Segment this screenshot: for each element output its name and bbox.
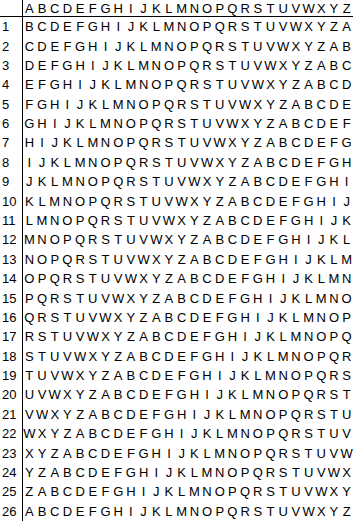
grid-cell: D — [277, 172, 290, 191]
grid-cell: I — [213, 366, 226, 385]
grid-cell: D — [340, 75, 353, 94]
grid-cell: D — [239, 230, 252, 249]
grid-cell: E — [277, 191, 290, 210]
grid-cell: V — [340, 424, 353, 443]
grid-cell: M — [239, 405, 252, 424]
grid-cell: Z — [74, 405, 87, 424]
grid-cell: O — [340, 288, 353, 307]
grid-cell: Y — [86, 366, 99, 385]
grid-cell: T — [137, 191, 150, 210]
grid-cell: Z — [163, 269, 176, 288]
grid-cell: D — [48, 17, 61, 36]
grid-cell: O — [74, 191, 87, 210]
grid-cell: K — [239, 366, 252, 385]
grid-cell: P — [99, 172, 112, 191]
grid-cell: R — [277, 443, 290, 462]
grid-cell: P — [175, 56, 188, 75]
grid-cell: T — [99, 250, 112, 269]
grid-cell: F — [86, 502, 99, 521]
grid-cell: J — [175, 443, 188, 462]
grid-cell: N — [74, 172, 87, 191]
grid-cell: H — [264, 269, 277, 288]
grid-cell: K — [125, 36, 138, 55]
grid-cell: I — [340, 172, 353, 191]
grid-cell: W — [163, 211, 176, 230]
grid-cell: B — [251, 172, 264, 191]
grid-cell: X — [188, 191, 201, 210]
grid-cell: Q — [264, 443, 277, 462]
grid-cell: L — [48, 172, 61, 191]
grid-cell: G — [328, 153, 341, 172]
grid-cell: W — [328, 463, 341, 482]
grid-cell: N — [239, 424, 252, 443]
row-label: 13 — [0, 250, 23, 269]
grid-cell: L — [86, 114, 99, 133]
grid-cell: F — [201, 327, 214, 346]
grid-cell: T — [36, 347, 49, 366]
header-cell: Y — [328, 0, 341, 17]
grid-cell: U — [239, 56, 252, 75]
grid-cell: X — [112, 308, 125, 327]
grid-cell: R — [175, 95, 188, 114]
grid-cell: O — [175, 36, 188, 55]
grid-cell: Y — [188, 211, 201, 230]
grid-cell: L — [36, 191, 49, 210]
grid-cell: T — [264, 502, 277, 521]
grid-cell: W — [251, 75, 264, 94]
grid-cell: W — [302, 502, 315, 521]
row-label: 6 — [0, 114, 23, 133]
header-cell: D — [61, 0, 74, 17]
grid-cell: V — [315, 463, 328, 482]
grid-cell: J — [137, 502, 150, 521]
grid-cell: Y — [201, 191, 214, 210]
grid-cell: R — [112, 191, 125, 210]
grid-cell: W — [188, 172, 201, 191]
grid-cell: W — [226, 114, 239, 133]
grid-cell: G — [213, 327, 226, 346]
grid-cell: A — [163, 288, 176, 307]
grid-cell: Y — [251, 114, 264, 133]
grid-cell: V — [150, 211, 163, 230]
row-label: 22 — [0, 424, 23, 443]
grid-cell: G — [315, 172, 328, 191]
grid-cell: H — [112, 502, 125, 521]
grid-cell: C — [277, 153, 290, 172]
grid-cell: T — [201, 95, 214, 114]
grid-cell: T — [213, 75, 226, 94]
grid-cell: D — [23, 56, 36, 75]
grid-cell: W — [340, 443, 353, 462]
grid-cell: L — [99, 95, 112, 114]
grid-cell: L — [112, 75, 125, 94]
grid-cell: V — [201, 133, 214, 152]
grid-cell: P — [112, 153, 125, 172]
grid-cell: Q — [340, 327, 353, 346]
grid-cell: B — [74, 443, 87, 462]
grid-cell: E — [188, 327, 201, 346]
grid-cell: P — [302, 366, 315, 385]
grid-cell: H — [239, 308, 252, 327]
grid-cell: M — [213, 443, 226, 462]
grid-cell: W — [36, 405, 49, 424]
grid-cell: B — [163, 308, 176, 327]
header-cell: M — [175, 0, 188, 17]
grid-cell: Y — [264, 95, 277, 114]
grid-cell: H — [74, 56, 87, 75]
grid-cell: N — [315, 308, 328, 327]
grid-cell: Y — [239, 133, 252, 152]
grid-cell: L — [226, 405, 239, 424]
grid-cell: K — [150, 502, 163, 521]
grid-cell: T — [48, 327, 61, 346]
grid-cell: P — [340, 308, 353, 327]
grid-cell: I — [315, 211, 328, 230]
grid-cell: X — [48, 405, 61, 424]
grid-cell: K — [201, 424, 214, 443]
grid-cell: T — [74, 288, 87, 307]
grid-cell: M — [137, 56, 150, 75]
header-cell: U — [277, 0, 290, 17]
grid-cell: I — [277, 269, 290, 288]
corner-cell — [0, 0, 23, 17]
grid-cell: G — [239, 288, 252, 307]
grid-cell: Y — [277, 75, 290, 94]
grid-cell: S — [125, 191, 138, 210]
grid-cell: Q — [328, 347, 341, 366]
grid-cell: Q — [48, 269, 61, 288]
grid-cell: E — [328, 114, 341, 133]
grid-cell: I — [112, 17, 125, 36]
row-label: 20 — [0, 385, 23, 404]
grid-cell: D — [226, 250, 239, 269]
grid-cell: R — [23, 327, 36, 346]
grid-cell: R — [251, 482, 264, 501]
grid-cell: C — [23, 36, 36, 55]
grid-cell: C — [175, 308, 188, 327]
grid-cell: D — [328, 95, 341, 114]
grid-cell: G — [175, 385, 188, 404]
grid-cell: T — [340, 385, 353, 404]
grid-cell: E — [226, 269, 239, 288]
grid-cell: C — [36, 17, 49, 36]
grid-cell: W — [86, 327, 99, 346]
grid-cell: U — [340, 405, 353, 424]
grid-cell: Z — [61, 424, 74, 443]
grid-cell: I — [86, 56, 99, 75]
header-cell: A — [23, 0, 36, 17]
grid-cell: X — [150, 250, 163, 269]
grid-cell: Z — [137, 308, 150, 327]
grid-cell: I — [99, 36, 112, 55]
row-label: 5 — [0, 95, 23, 114]
grid-cell: X — [137, 269, 150, 288]
grid-cell: M — [302, 308, 315, 327]
grid-cell: N — [201, 482, 214, 501]
grid-cell: C — [239, 211, 252, 230]
grid-cell: V — [175, 172, 188, 191]
grid-cell: A — [150, 308, 163, 327]
grid-cell: Z — [328, 17, 341, 36]
grid-cell: Q — [213, 17, 226, 36]
grid-cell: C — [48, 502, 61, 521]
grid-cell: Q — [61, 250, 74, 269]
grid-cell: X — [277, 56, 290, 75]
grid-cell: M — [315, 288, 328, 307]
grid-cell: F — [328, 133, 341, 152]
grid-cell: P — [137, 114, 150, 133]
grid-cell: P — [61, 230, 74, 249]
grid-cell: F — [213, 308, 226, 327]
grid-cell: R — [125, 172, 138, 191]
grid-cell: Z — [188, 230, 201, 249]
grid-cell: I — [328, 191, 341, 210]
grid-cell: V — [302, 482, 315, 501]
grid-cell: F — [251, 250, 264, 269]
row-label: 16 — [0, 308, 23, 327]
row-label: 17 — [0, 327, 23, 346]
grid-cell: A — [36, 482, 49, 501]
grid-cell: D — [201, 288, 214, 307]
grid-cell: B — [239, 191, 252, 210]
row-label: 3 — [0, 56, 23, 75]
row-label: 18 — [0, 347, 23, 366]
grid-cell: X — [99, 327, 112, 346]
grid-cell: O — [251, 424, 264, 443]
grid-cell: F — [175, 366, 188, 385]
grid-cell: A — [48, 463, 61, 482]
grid-cell: T — [328, 405, 341, 424]
grid-cell: H — [201, 366, 214, 385]
grid-cell: M — [163, 17, 176, 36]
row-label: 15 — [0, 288, 23, 307]
grid-cell: S — [264, 482, 277, 501]
grid-cell: Q — [239, 482, 252, 501]
row-label: 2 — [0, 36, 23, 55]
grid-cell: A — [213, 211, 226, 230]
grid-cell: W — [125, 269, 138, 288]
grid-cell: Q — [277, 424, 290, 443]
row-label: 9 — [0, 172, 23, 191]
grid-cell: I — [226, 347, 239, 366]
grid-cell: G — [150, 424, 163, 443]
grid-cell: K — [188, 443, 201, 462]
grid-cell: Y — [340, 482, 353, 501]
grid-cell: P — [74, 211, 87, 230]
grid-cell: C — [201, 269, 214, 288]
header-cell: N — [188, 0, 201, 17]
grid-cell: D — [290, 153, 303, 172]
grid-cell: M — [188, 482, 201, 501]
grid-cell: H — [213, 347, 226, 366]
grid-cell: O — [36, 250, 49, 269]
grid-cell: Q — [137, 133, 150, 152]
grid-cell: K — [315, 250, 328, 269]
grid-cell: D — [99, 443, 112, 462]
grid-cell: A — [137, 327, 150, 346]
grid-cell: V — [290, 502, 303, 521]
grid-cell: S — [163, 133, 176, 152]
grid-cell: J — [36, 153, 49, 172]
grid-cell: B — [137, 347, 150, 366]
row-label: 12 — [0, 230, 23, 249]
grid-cell: B — [201, 250, 214, 269]
grid-cell: F — [315, 153, 328, 172]
grid-cell: N — [226, 443, 239, 462]
grid-cell: N — [264, 385, 277, 404]
grid-cell: Q — [36, 288, 49, 307]
grid-cell: U — [302, 463, 315, 482]
grid-cell: A — [201, 230, 214, 249]
grid-cell: H — [125, 482, 138, 501]
grid-cell: M — [290, 327, 303, 346]
row-label: 4 — [0, 75, 23, 94]
grid-cell: C — [226, 230, 239, 249]
grid-cell: W — [277, 36, 290, 55]
grid-cell: U — [264, 17, 277, 36]
grid-cell: X — [328, 482, 341, 501]
row-label: 1 — [0, 17, 23, 36]
grid-cell: U — [201, 114, 214, 133]
grid-cell: Z — [23, 482, 36, 501]
grid-cell: P — [188, 36, 201, 55]
grid-cell: U — [175, 153, 188, 172]
row-label: 14 — [0, 269, 23, 288]
grid-cell: G — [251, 269, 264, 288]
grid-cell: J — [188, 424, 201, 443]
header-cell: O — [201, 0, 214, 17]
grid-cell: P — [315, 347, 328, 366]
grid-cell: S — [226, 36, 239, 55]
grid-cell: L — [213, 424, 226, 443]
grid-cell: F — [188, 347, 201, 366]
grid-cell: N — [61, 191, 74, 210]
grid-cell: Z — [251, 133, 264, 152]
header-cell: Q — [226, 0, 239, 17]
grid-cell: Y — [150, 269, 163, 288]
grid-cell: V — [112, 269, 125, 288]
grid-cell: L — [74, 133, 87, 152]
row-label: 21 — [0, 405, 23, 424]
grid-cell: B — [226, 211, 239, 230]
grid-cell: Y — [74, 385, 87, 404]
grid-cell: W — [290, 17, 303, 36]
grid-cell: B — [213, 230, 226, 249]
grid-cell: U — [290, 482, 303, 501]
grid-cell: D — [175, 327, 188, 346]
grid-cell: B — [175, 288, 188, 307]
grid-cell: E — [23, 75, 36, 94]
grid-cell: G — [74, 36, 87, 55]
grid-cell: C — [328, 75, 341, 94]
grid-cell: C — [340, 56, 353, 75]
grid-cell: R — [99, 211, 112, 230]
grid-cell: S — [239, 17, 252, 36]
header-cell: B — [36, 0, 49, 17]
grid-cell: D — [315, 114, 328, 133]
grid-cell: R — [61, 269, 74, 288]
grid-cell: O — [48, 230, 61, 249]
grid-cell: X — [340, 463, 353, 482]
grid-cell: Q — [99, 191, 112, 210]
grid-cell: A — [125, 347, 138, 366]
grid-cell: F — [48, 56, 61, 75]
grid-cell: N — [302, 327, 315, 346]
grid-cell: U — [23, 385, 36, 404]
grid-cell: V — [226, 95, 239, 114]
header-cell: T — [264, 0, 277, 17]
grid-cell: J — [277, 288, 290, 307]
grid-cell: Z — [213, 191, 226, 210]
grid-cell: E — [290, 172, 303, 191]
grid-cell: I — [302, 230, 315, 249]
grid-cell: X — [163, 230, 176, 249]
grid-cell: Z — [99, 366, 112, 385]
grid-cell: J — [125, 17, 138, 36]
grid-cell: N — [99, 133, 112, 152]
header-cell: V — [290, 0, 303, 17]
grid-cell: I — [290, 250, 303, 269]
grid-cell: T — [239, 36, 252, 55]
grid-cell: R — [264, 463, 277, 482]
grid-cell: B — [112, 385, 125, 404]
grid-cell: K — [264, 327, 277, 346]
grid-cell: C — [137, 366, 150, 385]
grid-cell: I — [23, 153, 36, 172]
grid-cell: K — [175, 463, 188, 482]
grid-cell: T — [226, 56, 239, 75]
grid-cell: J — [61, 114, 74, 133]
header-cell: I — [125, 0, 138, 17]
grid-cell: W — [23, 424, 36, 443]
grid-cell: T — [277, 482, 290, 501]
grid-cell: S — [61, 288, 74, 307]
grid-cell: E — [48, 36, 61, 55]
grid-cell: S — [48, 308, 61, 327]
grid-cell: B — [86, 424, 99, 443]
grid-cell: W — [213, 133, 226, 152]
grid-cell: K — [340, 211, 353, 230]
grid-cell: O — [315, 327, 328, 346]
grid-cell: V — [251, 56, 264, 75]
grid-cell: I — [125, 502, 138, 521]
grid-cell: H — [48, 95, 61, 114]
grid-cell: X — [175, 211, 188, 230]
grid-cell: S — [315, 405, 328, 424]
grid-cell: T — [86, 269, 99, 288]
grid-cell: K — [48, 153, 61, 172]
grid-cell: S — [175, 114, 188, 133]
header-cell: E — [74, 0, 87, 17]
grid-cell: H — [226, 327, 239, 346]
grid-cell: L — [315, 269, 328, 288]
grid-cell: B — [36, 502, 49, 521]
grid-cell: U — [74, 308, 87, 327]
grid-cell: H — [277, 250, 290, 269]
grid-cell: O — [213, 482, 226, 501]
grid-cell: G — [264, 250, 277, 269]
grid-cell: C — [125, 385, 138, 404]
grid-cell: E — [125, 424, 138, 443]
tabula-recta-table: ABCDEFGHIJKLMNOPQRSTUVWXYZ1BCDEFGHIJKLMN… — [0, 0, 353, 521]
grid-cell: V — [61, 347, 74, 366]
grid-cell: V — [328, 443, 341, 462]
grid-cell: M — [340, 250, 353, 269]
row-label: 23 — [0, 443, 23, 462]
grid-cell: V — [99, 288, 112, 307]
grid-cell: V — [137, 230, 150, 249]
grid-cell: H — [36, 114, 49, 133]
